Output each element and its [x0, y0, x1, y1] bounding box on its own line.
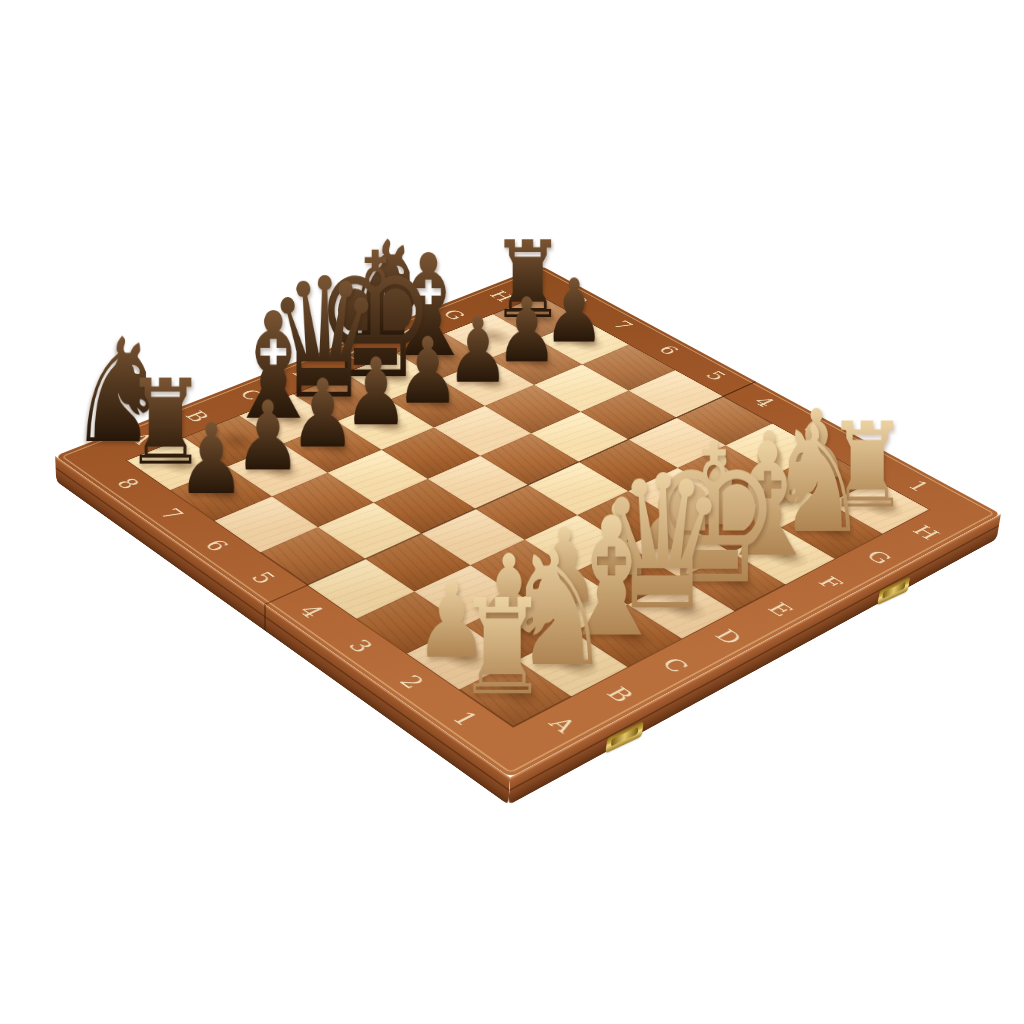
square-c5: [374, 479, 476, 534]
square-a5: [260, 527, 365, 585]
brass-latch: [605, 721, 643, 754]
board-3d: AA11BB22CC33DD44EE55FF66GG77HH88 ♜♞♝♛♚♝♞…: [55, 266, 1001, 778]
square-b5: [318, 503, 421, 559]
brass-latch: [877, 576, 910, 605]
product-photo-scene: AA11BB22CC33DD44EE55FF66GG77HH88 ♜♞♝♛♚♝♞…: [0, 0, 1024, 1024]
square-a4: [308, 559, 415, 619]
